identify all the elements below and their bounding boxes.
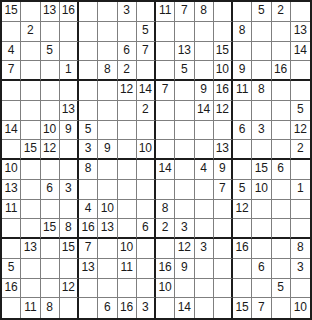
cell-r10c9-empty[interactable] (156, 180, 175, 200)
cell-r9c7-empty[interactable] (118, 160, 137, 180)
cell-r3c10-given-13[interactable]: 13 (175, 42, 194, 62)
cell-r2c8-given-5[interactable]: 5 (137, 22, 156, 42)
cell-r2c4-empty[interactable] (60, 22, 79, 42)
cell-r9c14-given-15[interactable]: 15 (252, 160, 271, 180)
cell-r15c12-empty[interactable] (214, 279, 233, 299)
cell-r11c14-empty[interactable] (252, 200, 271, 220)
cell-r9c4-empty[interactable] (60, 160, 79, 180)
cell-r2c2-given-2[interactable]: 2 (21, 22, 40, 42)
cell-r16c13-given-15[interactable]: 15 (233, 298, 252, 318)
cell-r2c5-empty[interactable] (79, 22, 98, 42)
cell-r4c7-given-2[interactable]: 2 (118, 61, 137, 81)
cell-r16c11-empty[interactable] (195, 298, 214, 318)
cell-r5c11-given-9[interactable]: 9 (195, 81, 214, 101)
cell-r5c1-empty[interactable] (2, 81, 21, 101)
cell-r13c11-given-3[interactable]: 3 (195, 239, 214, 259)
cell-r1c6-empty[interactable] (98, 2, 117, 22)
cell-r7c4-given-9[interactable]: 9 (60, 121, 79, 141)
cell-r14c7-given-11[interactable]: 11 (118, 259, 137, 279)
cell-r7c14-given-3[interactable]: 3 (252, 121, 271, 141)
cell-r14c2-empty[interactable] (21, 259, 40, 279)
cell-r3c12-given-15[interactable]: 15 (214, 42, 233, 62)
cell-r12c11-empty[interactable] (195, 219, 214, 239)
cell-r4c11-empty[interactable] (195, 61, 214, 81)
cell-r12c5-given-16[interactable]: 16 (79, 219, 98, 239)
cell-r11c6-given-10[interactable]: 10 (98, 200, 117, 220)
cell-r8c16-given-2[interactable]: 2 (291, 140, 310, 160)
cell-r14c9-given-16[interactable]: 16 (156, 259, 175, 279)
cell-r7c2-empty[interactable] (21, 121, 40, 141)
cell-r12c13-empty[interactable] (233, 219, 252, 239)
cell-r6c12-given-12[interactable]: 12 (214, 101, 233, 121)
cell-r12c2-empty[interactable] (21, 219, 40, 239)
cell-r6c13-empty[interactable] (233, 101, 252, 121)
cell-r6c6-empty[interactable] (98, 101, 117, 121)
cell-r10c2-empty[interactable] (21, 180, 40, 200)
cell-r15c9-given-10[interactable]: 10 (156, 279, 175, 299)
cell-r12c14-empty[interactable] (252, 219, 271, 239)
cell-r13c1-empty[interactable] (2, 239, 21, 259)
cell-r6c2-empty[interactable] (21, 101, 40, 121)
cell-r1c3-given-13[interactable]: 13 (41, 2, 60, 22)
cell-r7c5-given-5[interactable]: 5 (79, 121, 98, 141)
cell-r12c10-given-3[interactable]: 3 (175, 219, 194, 239)
cell-r8c8-given-10[interactable]: 10 (137, 140, 156, 160)
cell-r4c13-given-9[interactable]: 9 (233, 61, 252, 81)
cell-r9c2-empty[interactable] (21, 160, 40, 180)
cell-r5c15-empty[interactable] (272, 81, 291, 101)
cell-r9c9-given-14[interactable]: 14 (156, 160, 175, 180)
cell-r2c3-empty[interactable] (41, 22, 60, 42)
cell-r9c10-empty[interactable] (175, 160, 194, 180)
cell-r9c15-given-6[interactable]: 6 (272, 160, 291, 180)
cell-r5c13-given-11[interactable]: 11 (233, 81, 252, 101)
cell-r12c9-given-2[interactable]: 2 (156, 219, 175, 239)
cell-r6c14-empty[interactable] (252, 101, 271, 121)
cell-r3c5-empty[interactable] (79, 42, 98, 62)
cell-r14c6-empty[interactable] (98, 259, 117, 279)
cell-r10c7-empty[interactable] (118, 180, 137, 200)
cell-r9c16-empty[interactable] (291, 160, 310, 180)
sudoku-board: 1513163117852258134567131514718251091612… (0, 0, 312, 320)
cell-r2c16-given-13[interactable]: 13 (291, 22, 310, 42)
cell-r7c3-given-10[interactable]: 10 (41, 121, 60, 141)
cell-r11c11-empty[interactable] (195, 200, 214, 220)
cell-r10c13-given-5[interactable]: 5 (233, 180, 252, 200)
cell-r8c12-given-13[interactable]: 13 (214, 140, 233, 160)
cell-r9c8-empty[interactable] (137, 160, 156, 180)
cell-r5c16-empty[interactable] (291, 81, 310, 101)
cell-r8c14-empty[interactable] (252, 140, 271, 160)
cell-r8c5-given-3[interactable]: 3 (79, 140, 98, 160)
cell-r2c15-empty[interactable] (272, 22, 291, 42)
cell-r16c6-given-6[interactable]: 6 (98, 298, 117, 318)
cell-r1c14-given-5[interactable]: 5 (252, 2, 271, 22)
cell-r5c7-given-12[interactable]: 12 (118, 81, 137, 101)
cell-r16c1-empty[interactable] (2, 298, 21, 318)
cell-r13c9-empty[interactable] (156, 239, 175, 259)
cell-r11c5-given-4[interactable]: 4 (79, 200, 98, 220)
cell-r5c6-empty[interactable] (98, 81, 117, 101)
cell-r8c1-empty[interactable] (2, 140, 21, 160)
cell-r6c11-given-14[interactable]: 14 (195, 101, 214, 121)
cell-r13c2-given-13[interactable]: 13 (21, 239, 40, 259)
cell-r3c2-empty[interactable] (21, 42, 40, 62)
cell-r4c9-empty[interactable] (156, 61, 175, 81)
cell-r14c8-empty[interactable] (137, 259, 156, 279)
cell-r11c10-empty[interactable] (175, 200, 194, 220)
cell-r10c10-empty[interactable] (175, 180, 194, 200)
cell-r7c12-empty[interactable] (214, 121, 233, 141)
cell-r4c15-given-16[interactable]: 16 (272, 61, 291, 81)
cell-r8c9-empty[interactable] (156, 140, 175, 160)
cell-r5c12-given-16[interactable]: 16 (214, 81, 233, 101)
cell-r15c13-empty[interactable] (233, 279, 252, 299)
cell-r3c14-empty[interactable] (252, 42, 271, 62)
cell-r1c15-given-2[interactable]: 2 (272, 2, 291, 22)
cell-r10c16-given-1[interactable]: 1 (291, 180, 310, 200)
cell-r2c10-empty[interactable] (175, 22, 194, 42)
cell-r15c1-given-16[interactable]: 16 (2, 279, 21, 299)
cell-r16c10-given-14[interactable]: 14 (175, 298, 194, 318)
cell-r14c1-given-5[interactable]: 5 (2, 259, 21, 279)
cell-r16c14-given-7[interactable]: 7 (252, 298, 271, 318)
cell-r3c13-empty[interactable] (233, 42, 252, 62)
cell-r5c10-empty[interactable] (175, 81, 194, 101)
cell-r8c4-empty[interactable] (60, 140, 79, 160)
cell-r9c6-empty[interactable] (98, 160, 117, 180)
cell-r8c13-empty[interactable] (233, 140, 252, 160)
cell-r5c9-given-7[interactable]: 7 (156, 81, 175, 101)
cell-r3c9-empty[interactable] (156, 42, 175, 62)
cell-r3c8-given-7[interactable]: 7 (137, 42, 156, 62)
cell-r3c7-given-6[interactable]: 6 (118, 42, 137, 62)
cell-r4c14-empty[interactable] (252, 61, 271, 81)
cell-r13c5-given-7[interactable]: 7 (79, 239, 98, 259)
cell-r14c13-empty[interactable] (233, 259, 252, 279)
cell-r4c16-empty[interactable] (291, 61, 310, 81)
cell-r1c1-given-15[interactable]: 15 (2, 2, 21, 22)
cell-r15c15-given-5[interactable]: 5 (272, 279, 291, 299)
cell-r9c1-given-10[interactable]: 10 (2, 160, 21, 180)
cell-r15c2-empty[interactable] (21, 279, 40, 299)
cell-r7c6-empty[interactable] (98, 121, 117, 141)
cell-r4c2-empty[interactable] (21, 61, 40, 81)
cell-r15c16-empty[interactable] (291, 279, 310, 299)
cell-r13c13-given-16[interactable]: 16 (233, 239, 252, 259)
cell-r5c2-empty[interactable] (21, 81, 40, 101)
cell-r16c8-given-3[interactable]: 3 (137, 298, 156, 318)
cell-r10c6-empty[interactable] (98, 180, 117, 200)
cell-r8c7-empty[interactable] (118, 140, 137, 160)
cell-r3c4-empty[interactable] (60, 42, 79, 62)
cell-r14c15-empty[interactable] (272, 259, 291, 279)
cell-r8c6-given-9[interactable]: 9 (98, 140, 117, 160)
cell-r7c16-given-12[interactable]: 12 (291, 121, 310, 141)
cell-r16c9-empty[interactable] (156, 298, 175, 318)
cell-r3c16-given-14[interactable]: 14 (291, 42, 310, 62)
cell-r10c1-given-13[interactable]: 13 (2, 180, 21, 200)
cell-r7c7-empty[interactable] (118, 121, 137, 141)
cell-r15c8-empty[interactable] (137, 279, 156, 299)
cell-r4c12-given-10[interactable]: 10 (214, 61, 233, 81)
cell-r6c1-empty[interactable] (2, 101, 21, 121)
cell-r13c3-empty[interactable] (41, 239, 60, 259)
sudoku-puzzle: 1513163117852258134567131514718251091612… (0, 0, 312, 320)
cell-r6c15-empty[interactable] (272, 101, 291, 121)
cell-r7c13-given-6[interactable]: 6 (233, 121, 252, 141)
cell-r16c4-empty[interactable] (60, 298, 79, 318)
cell-r4c5-empty[interactable] (79, 61, 98, 81)
cell-r2c11-empty[interactable] (195, 22, 214, 42)
cell-r12c3-given-15[interactable]: 15 (41, 219, 60, 239)
cell-r8c15-empty[interactable] (272, 140, 291, 160)
cell-r1c13-empty[interactable] (233, 2, 252, 22)
cell-r9c3-empty[interactable] (41, 160, 60, 180)
cell-r3c15-empty[interactable] (272, 42, 291, 62)
cell-r13c16-given-8[interactable]: 8 (291, 239, 310, 259)
cell-r6c16-given-5[interactable]: 5 (291, 101, 310, 121)
cell-r15c10-empty[interactable] (175, 279, 194, 299)
cell-r8c2-given-15[interactable]: 15 (21, 140, 40, 160)
cell-r11c12-empty[interactable] (214, 200, 233, 220)
cell-r7c1-given-14[interactable]: 14 (2, 121, 21, 141)
cell-r4c6-given-8[interactable]: 8 (98, 61, 117, 81)
cell-r15c5-empty[interactable] (79, 279, 98, 299)
cell-r13c6-empty[interactable] (98, 239, 117, 259)
cell-r11c1-given-11[interactable]: 11 (2, 200, 21, 220)
cell-r15c6-empty[interactable] (98, 279, 117, 299)
cell-r1c9-given-11[interactable]: 11 (156, 2, 175, 22)
cell-r15c11-empty[interactable] (195, 279, 214, 299)
cell-r3c11-empty[interactable] (195, 42, 214, 62)
cell-r16c5-empty[interactable] (79, 298, 98, 318)
cell-r1c5-empty[interactable] (79, 2, 98, 22)
cell-r16c15-empty[interactable] (272, 298, 291, 318)
cell-r5c14-given-8[interactable]: 8 (252, 81, 271, 101)
cell-r11c13-given-12[interactable]: 12 (233, 200, 252, 220)
cell-r10c12-given-7[interactable]: 7 (214, 180, 233, 200)
cell-r11c16-empty[interactable] (291, 200, 310, 220)
cell-r14c4-empty[interactable] (60, 259, 79, 279)
cell-r10c14-given-10[interactable]: 10 (252, 180, 271, 200)
cell-r2c7-empty[interactable] (118, 22, 137, 42)
cell-r10c11-empty[interactable] (195, 180, 214, 200)
cell-r8c11-empty[interactable] (195, 140, 214, 160)
cell-r14c11-empty[interactable] (195, 259, 214, 279)
cell-r15c4-given-12[interactable]: 12 (60, 279, 79, 299)
cell-r11c3-empty[interactable] (41, 200, 60, 220)
cell-r2c1-empty[interactable] (2, 22, 21, 42)
cell-r16c12-empty[interactable] (214, 298, 233, 318)
cell-r12c4-given-8[interactable]: 8 (60, 219, 79, 239)
cell-r10c4-given-3[interactable]: 3 (60, 180, 79, 200)
cell-r13c12-empty[interactable] (214, 239, 233, 259)
cell-r11c2-empty[interactable] (21, 200, 40, 220)
cell-r1c11-given-8[interactable]: 8 (195, 2, 214, 22)
cell-r12c16-empty[interactable] (291, 219, 310, 239)
cell-r6c7-empty[interactable] (118, 101, 137, 121)
cell-r13c4-given-15[interactable]: 15 (60, 239, 79, 259)
cell-r7c9-empty[interactable] (156, 121, 175, 141)
cell-r7c10-empty[interactable] (175, 121, 194, 141)
cell-r12c15-empty[interactable] (272, 219, 291, 239)
cell-r1c4-given-16[interactable]: 16 (60, 2, 79, 22)
cell-r14c14-given-6[interactable]: 6 (252, 259, 271, 279)
cell-r11c4-empty[interactable] (60, 200, 79, 220)
cell-r5c3-empty[interactable] (41, 81, 60, 101)
cell-r10c15-empty[interactable] (272, 180, 291, 200)
cell-r12c12-empty[interactable] (214, 219, 233, 239)
cell-r11c8-empty[interactable] (137, 200, 156, 220)
cell-r1c10-given-7[interactable]: 7 (175, 2, 194, 22)
cell-r6c10-empty[interactable] (175, 101, 194, 121)
cell-r13c10-given-12[interactable]: 12 (175, 239, 194, 259)
cell-r11c9-given-8[interactable]: 8 (156, 200, 175, 220)
cell-r6c9-empty[interactable] (156, 101, 175, 121)
cell-r2c12-empty[interactable] (214, 22, 233, 42)
cell-r8c10-empty[interactable] (175, 140, 194, 160)
cell-r4c3-empty[interactable] (41, 61, 60, 81)
cell-r15c3-empty[interactable] (41, 279, 60, 299)
cell-r1c2-empty[interactable] (21, 2, 40, 22)
cell-r2c14-empty[interactable] (252, 22, 271, 42)
cell-r12c1-empty[interactable] (2, 219, 21, 239)
cell-r6c8-given-2[interactable]: 2 (137, 101, 156, 121)
cell-r13c7-given-10[interactable]: 10 (118, 239, 137, 259)
cell-r16c16-given-10[interactable]: 10 (291, 298, 310, 318)
cell-r10c8-empty[interactable] (137, 180, 156, 200)
cell-r3c3-given-5[interactable]: 5 (41, 42, 60, 62)
cell-r1c12-empty[interactable] (214, 2, 233, 22)
cell-r1c16-empty[interactable] (291, 2, 310, 22)
cell-r10c3-given-6[interactable]: 6 (41, 180, 60, 200)
cell-r5c5-empty[interactable] (79, 81, 98, 101)
cell-r9c11-given-4[interactable]: 4 (195, 160, 214, 180)
cell-r8c3-given-12[interactable]: 12 (41, 140, 60, 160)
cell-r5c8-given-14[interactable]: 14 (137, 81, 156, 101)
cell-r9c5-given-8[interactable]: 8 (79, 160, 98, 180)
cell-r2c13-given-8[interactable]: 8 (233, 22, 252, 42)
cell-r11c7-empty[interactable] (118, 200, 137, 220)
cell-r7c11-empty[interactable] (195, 121, 214, 141)
cell-r2c6-empty[interactable] (98, 22, 117, 42)
cell-r14c16-given-3[interactable]: 3 (291, 259, 310, 279)
cell-r9c12-given-9[interactable]: 9 (214, 160, 233, 180)
cell-r13c8-empty[interactable] (137, 239, 156, 259)
cell-r15c7-empty[interactable] (118, 279, 137, 299)
cell-r11c15-empty[interactable] (272, 200, 291, 220)
cell-r4c1-given-7[interactable]: 7 (2, 61, 21, 81)
cell-r16c7-given-16[interactable]: 16 (118, 298, 137, 318)
cell-r14c5-given-13[interactable]: 13 (79, 259, 98, 279)
cell-r4c10-given-5[interactable]: 5 (175, 61, 194, 81)
cell-r5c4-empty[interactable] (60, 81, 79, 101)
cell-r12c6-given-13[interactable]: 13 (98, 219, 117, 239)
cell-r16c3-given-8[interactable]: 8 (41, 298, 60, 318)
cell-r10c5-empty[interactable] (79, 180, 98, 200)
cell-r14c10-given-9[interactable]: 9 (175, 259, 194, 279)
cell-r12c7-empty[interactable] (118, 219, 137, 239)
cell-r9c13-empty[interactable] (233, 160, 252, 180)
cell-r1c8-empty[interactable] (137, 2, 156, 22)
cell-r3c1-given-4[interactable]: 4 (2, 42, 21, 62)
cell-r16c2-given-11[interactable]: 11 (21, 298, 40, 318)
cell-r13c15-empty[interactable] (272, 239, 291, 259)
cell-r4c4-given-1[interactable]: 1 (60, 61, 79, 81)
cell-r6c3-empty[interactable] (41, 101, 60, 121)
cell-r6c4-given-13[interactable]: 13 (60, 101, 79, 121)
cell-r3c6-empty[interactable] (98, 42, 117, 62)
cell-r14c3-empty[interactable] (41, 259, 60, 279)
cell-r4c8-empty[interactable] (137, 61, 156, 81)
cell-r1c7-given-3[interactable]: 3 (118, 2, 137, 22)
cell-r2c9-empty[interactable] (156, 22, 175, 42)
cell-r7c15-empty[interactable] (272, 121, 291, 141)
cell-r15c14-empty[interactable] (252, 279, 271, 299)
cell-r7c8-empty[interactable] (137, 121, 156, 141)
cell-r6c5-empty[interactable] (79, 101, 98, 121)
cell-r14c12-empty[interactable] (214, 259, 233, 279)
cell-r12c8-given-6[interactable]: 6 (137, 219, 156, 239)
cell-r13c14-empty[interactable] (252, 239, 271, 259)
